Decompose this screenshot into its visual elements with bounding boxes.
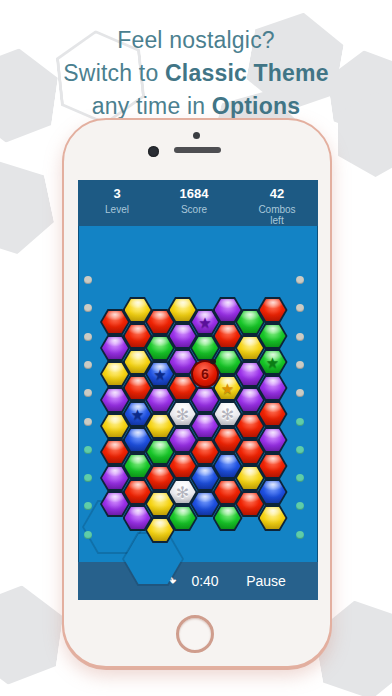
hex-tile-red[interactable] bbox=[258, 401, 288, 427]
edge-dot-gray bbox=[296, 333, 304, 341]
edge-dot-gray bbox=[296, 361, 304, 369]
pause-button[interactable]: Pause bbox=[246, 562, 286, 600]
edge-dot-gray bbox=[84, 304, 92, 312]
options-emphasis: Options bbox=[212, 93, 300, 119]
hex-tile-yellow[interactable] bbox=[258, 505, 288, 531]
edge-dot-green bbox=[296, 474, 304, 482]
edge-dot-gray bbox=[84, 333, 92, 341]
edge-dot-green bbox=[296, 502, 304, 510]
hex-tile-purple[interactable] bbox=[258, 427, 288, 453]
bomb-tile[interactable]: 6 bbox=[191, 360, 219, 388]
game-toolbar: ↶ ↷ 0:40 Pause bbox=[78, 562, 318, 600]
promo-line-1: Feel nostalgic? bbox=[0, 24, 392, 57]
front-camera-icon bbox=[148, 146, 159, 157]
edge-dot-green bbox=[84, 446, 92, 454]
promo-line-2: Switch to Classic Theme bbox=[0, 57, 392, 90]
hex-tile-purple[interactable] bbox=[258, 375, 288, 401]
classic-theme-emphasis: Classic Theme bbox=[165, 60, 329, 86]
promo-text: Feel nostalgic? Switch to Classic Theme … bbox=[0, 24, 392, 123]
hex-tile-red[interactable] bbox=[258, 453, 288, 479]
edge-dot-gray bbox=[84, 389, 92, 397]
decor-hexagon bbox=[0, 579, 67, 691]
iphone-mockup: 3 Level 1684 Score 42 Combos left ★★✻✻★6… bbox=[62, 118, 332, 668]
hex-tile-red[interactable] bbox=[258, 297, 288, 323]
edge-dot-gray bbox=[84, 276, 92, 284]
edge-dot-gray bbox=[296, 304, 304, 312]
hex-tile-green-star[interactable]: ★ bbox=[258, 349, 288, 375]
edge-dot-gray bbox=[296, 389, 304, 397]
decor-hexagon bbox=[0, 152, 59, 263]
edge-dot-gray bbox=[296, 276, 304, 284]
edge-dot-gray bbox=[84, 418, 92, 426]
hex-tile-blue[interactable] bbox=[258, 479, 288, 505]
game-board[interactable]: ★★✻✻★6★✻★ bbox=[78, 180, 318, 562]
star-icon: ★ bbox=[258, 350, 288, 376]
bomb-fuse-icon bbox=[210, 359, 216, 364]
edge-dot-gray bbox=[84, 361, 92, 369]
hex-tile-green[interactable] bbox=[258, 323, 288, 349]
timer-value: 0:40 bbox=[191, 562, 218, 600]
edge-dot-green bbox=[296, 418, 304, 426]
proximity-sensor-icon bbox=[193, 132, 200, 139]
home-button[interactable] bbox=[176, 615, 214, 653]
edge-dot-green bbox=[296, 531, 304, 539]
edge-dot-green bbox=[84, 531, 92, 539]
edge-dot-green bbox=[84, 502, 92, 510]
bomb-counter: 6 bbox=[201, 366, 209, 382]
edge-dot-green bbox=[296, 446, 304, 454]
earpiece-speaker bbox=[174, 147, 221, 153]
page: Feel nostalgic? Switch to Classic Theme … bbox=[0, 0, 392, 696]
edge-dot-green bbox=[84, 474, 92, 482]
game-screen: 3 Level 1684 Score 42 Combos left ★★✻✻★6… bbox=[78, 180, 318, 600]
